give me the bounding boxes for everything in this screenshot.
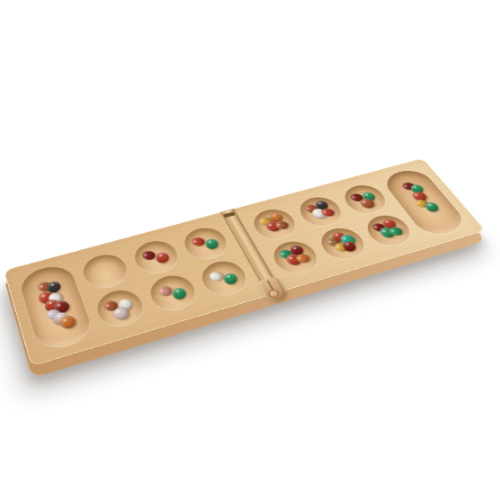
stone xyxy=(204,238,218,249)
stone xyxy=(57,314,77,331)
stone xyxy=(51,299,71,315)
stone xyxy=(155,285,173,298)
stone xyxy=(284,252,304,267)
hinge-slot xyxy=(223,212,235,218)
pit-front-4[interactable] xyxy=(267,237,324,278)
stone xyxy=(222,273,237,285)
pit-back-6[interactable] xyxy=(338,182,392,218)
stone xyxy=(294,252,312,264)
stone xyxy=(155,252,169,264)
stone xyxy=(46,291,65,304)
pit-back-3[interactable] xyxy=(179,224,233,263)
stone xyxy=(45,299,59,312)
stone xyxy=(207,270,225,283)
pit-front-1[interactable] xyxy=(92,286,148,332)
stone xyxy=(44,308,63,322)
stone xyxy=(118,298,133,311)
stone xyxy=(189,236,206,248)
pit-front-3[interactable] xyxy=(196,257,252,300)
pit-back-2[interactable] xyxy=(130,237,184,278)
pit-front-2[interactable] xyxy=(145,271,201,315)
pit-back-4[interactable] xyxy=(248,206,302,244)
stone xyxy=(277,248,294,260)
mancala-board xyxy=(4,158,486,366)
pit-back-1[interactable] xyxy=(79,250,132,292)
stone xyxy=(47,281,61,293)
pit-front-5[interactable] xyxy=(314,224,371,263)
stone xyxy=(35,281,54,294)
stone xyxy=(54,312,68,325)
pit-back-5[interactable] xyxy=(294,193,348,230)
stone xyxy=(36,290,56,306)
stone xyxy=(424,202,440,212)
stone xyxy=(101,299,120,312)
stone xyxy=(171,287,186,300)
stone xyxy=(289,245,304,256)
stone xyxy=(139,250,157,262)
board-scene xyxy=(16,186,484,314)
product-photo-stage xyxy=(0,0,500,500)
stone xyxy=(111,305,132,321)
pit-front-6[interactable] xyxy=(360,211,417,249)
